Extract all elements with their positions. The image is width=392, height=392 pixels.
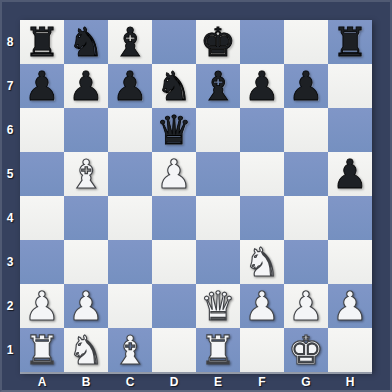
file-label-c: C (108, 372, 152, 392)
square-f6[interactable] (240, 108, 284, 152)
piece-white-pawn[interactable]: ♟ (288, 284, 324, 328)
square-g5[interactable] (284, 152, 328, 196)
piece-black-king[interactable]: ♚ (200, 20, 236, 64)
rank-label-7: 7 (0, 64, 20, 108)
rank-label-1: 1 (0, 328, 20, 372)
square-f5[interactable] (240, 152, 284, 196)
square-a1[interactable]: ♜ (20, 328, 64, 372)
square-a2[interactable]: ♟ (20, 284, 64, 328)
rank-labels: 87654321 (0, 20, 20, 372)
square-e7[interactable]: ♝ (196, 64, 240, 108)
square-h6[interactable] (328, 108, 372, 152)
square-d2[interactable] (152, 284, 196, 328)
piece-white-knight[interactable]: ♞ (244, 240, 280, 284)
file-label-f: F (240, 372, 284, 392)
piece-black-pawn[interactable]: ♟ (112, 64, 148, 108)
square-h7[interactable] (328, 64, 372, 108)
square-b4[interactable] (64, 196, 108, 240)
rank-label-5: 5 (0, 152, 20, 196)
piece-black-rook[interactable]: ♜ (332, 20, 368, 64)
square-c3[interactable] (108, 240, 152, 284)
square-b7[interactable]: ♟ (64, 64, 108, 108)
square-e1[interactable]: ♜ (196, 328, 240, 372)
square-b8[interactable]: ♞ (64, 20, 108, 64)
chess-board-frame: 87654321 ♜♞♝♚♜♟♟♟♞♝♟♟♛♝♟♟♞♟♟♛♟♟♟♜♞♝♜♚ AB… (0, 0, 392, 392)
piece-white-queen[interactable]: ♛ (200, 284, 236, 328)
square-f3[interactable]: ♞ (240, 240, 284, 284)
square-f7[interactable]: ♟ (240, 64, 284, 108)
piece-black-bishop[interactable]: ♝ (200, 64, 236, 108)
square-g6[interactable] (284, 108, 328, 152)
square-e4[interactable] (196, 196, 240, 240)
square-e8[interactable]: ♚ (196, 20, 240, 64)
piece-black-bishop[interactable]: ♝ (112, 20, 148, 64)
square-f2[interactable]: ♟ (240, 284, 284, 328)
piece-white-rook[interactable]: ♜ (200, 328, 236, 372)
square-h1[interactable] (328, 328, 372, 372)
square-a7[interactable]: ♟ (20, 64, 64, 108)
square-a6[interactable] (20, 108, 64, 152)
square-h8[interactable]: ♜ (328, 20, 372, 64)
square-h3[interactable] (328, 240, 372, 284)
square-c6[interactable] (108, 108, 152, 152)
piece-white-knight[interactable]: ♞ (68, 328, 104, 372)
piece-white-pawn[interactable]: ♟ (244, 284, 280, 328)
square-a8[interactable]: ♜ (20, 20, 64, 64)
piece-black-pawn[interactable]: ♟ (288, 64, 324, 108)
square-e6[interactable] (196, 108, 240, 152)
piece-black-knight[interactable]: ♞ (68, 20, 104, 64)
square-b5[interactable]: ♝ (64, 152, 108, 196)
square-c5[interactable] (108, 152, 152, 196)
square-g7[interactable]: ♟ (284, 64, 328, 108)
rank-label-4: 4 (0, 196, 20, 240)
rank-label-6: 6 (0, 108, 20, 152)
file-label-d: D (152, 372, 196, 392)
square-e2[interactable]: ♛ (196, 284, 240, 328)
square-g4[interactable] (284, 196, 328, 240)
piece-black-pawn[interactable]: ♟ (332, 152, 368, 196)
piece-white-pawn[interactable]: ♟ (68, 284, 104, 328)
file-label-e: E (196, 372, 240, 392)
square-a3[interactable] (20, 240, 64, 284)
square-g2[interactable]: ♟ (284, 284, 328, 328)
piece-black-knight[interactable]: ♞ (156, 64, 192, 108)
square-d3[interactable] (152, 240, 196, 284)
piece-white-pawn[interactable]: ♟ (332, 284, 368, 328)
piece-black-rook[interactable]: ♜ (24, 20, 60, 64)
square-b3[interactable] (64, 240, 108, 284)
square-d7[interactable]: ♞ (152, 64, 196, 108)
square-c7[interactable]: ♟ (108, 64, 152, 108)
square-e5[interactable] (196, 152, 240, 196)
square-d4[interactable] (152, 196, 196, 240)
square-b6[interactable] (64, 108, 108, 152)
file-label-g: G (284, 372, 328, 392)
piece-white-pawn[interactable]: ♟ (156, 152, 192, 196)
square-g3[interactable] (284, 240, 328, 284)
chess-board[interactable]: ♜♞♝♚♜♟♟♟♞♝♟♟♛♝♟♟♞♟♟♛♟♟♟♜♞♝♜♚ (20, 20, 372, 372)
piece-white-bishop[interactable]: ♝ (112, 328, 148, 372)
square-c2[interactable] (108, 284, 152, 328)
square-f8[interactable] (240, 20, 284, 64)
file-label-h: H (328, 372, 372, 392)
square-f1[interactable] (240, 328, 284, 372)
square-d8[interactable] (152, 20, 196, 64)
square-a4[interactable] (20, 196, 64, 240)
square-d6[interactable]: ♛ (152, 108, 196, 152)
square-h2[interactable]: ♟ (328, 284, 372, 328)
square-c8[interactable]: ♝ (108, 20, 152, 64)
square-f4[interactable] (240, 196, 284, 240)
square-g8[interactable] (284, 20, 328, 64)
file-label-b: B (64, 372, 108, 392)
piece-black-pawn[interactable]: ♟ (244, 64, 280, 108)
square-e3[interactable] (196, 240, 240, 284)
square-c4[interactable] (108, 196, 152, 240)
square-d5[interactable]: ♟ (152, 152, 196, 196)
piece-white-rook[interactable]: ♜ (24, 328, 60, 372)
piece-white-pawn[interactable]: ♟ (24, 284, 60, 328)
square-c1[interactable]: ♝ (108, 328, 152, 372)
square-a5[interactable] (20, 152, 64, 196)
rank-label-3: 3 (0, 240, 20, 284)
rank-label-2: 2 (0, 284, 20, 328)
square-h4[interactable] (328, 196, 372, 240)
piece-white-bishop[interactable]: ♝ (68, 152, 104, 196)
square-g1[interactable]: ♚ (284, 328, 328, 372)
file-label-a: A (20, 372, 64, 392)
file-labels: ABCDEFGH (20, 372, 372, 392)
square-b1[interactable]: ♞ (64, 328, 108, 372)
square-d1[interactable] (152, 328, 196, 372)
piece-black-queen[interactable]: ♛ (156, 108, 192, 152)
piece-black-pawn[interactable]: ♟ (24, 64, 60, 108)
piece-white-king[interactable]: ♚ (288, 328, 324, 372)
square-h5[interactable]: ♟ (328, 152, 372, 196)
piece-black-pawn[interactable]: ♟ (68, 64, 104, 108)
rank-label-8: 8 (0, 20, 20, 64)
square-b2[interactable]: ♟ (64, 284, 108, 328)
